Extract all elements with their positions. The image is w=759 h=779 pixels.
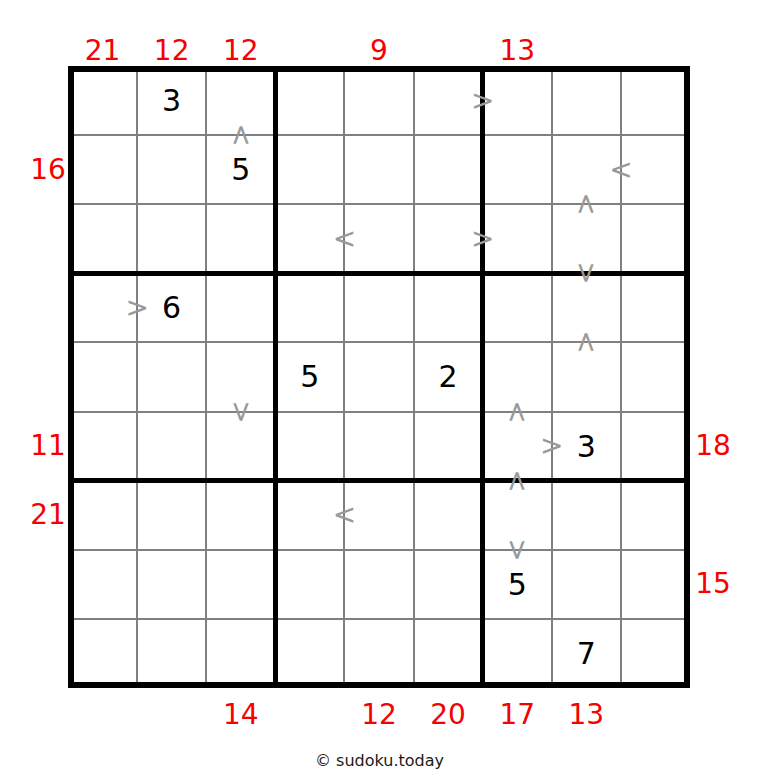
cell-r8c4[interactable] [275,550,344,619]
cell-r4c4[interactable] [275,273,344,342]
cell-r3c6[interactable] [414,204,483,273]
sum-clue-top-c2: 12 [154,37,190,65]
cell-r3c5[interactable] [344,204,413,273]
cell-r2c4[interactable] [275,135,344,204]
cell-r7c3[interactable] [206,481,275,550]
sum-clue-right-r8: 15 [695,570,731,598]
cell-r2c3[interactable]: 5 [206,135,275,204]
cell-r6c6[interactable] [414,412,483,481]
cell-r1c9[interactable] [621,66,690,135]
cell-r1c7[interactable] [483,66,552,135]
sum-clue-bottom-c7: 17 [499,701,535,729]
cell-r2c7[interactable] [483,135,552,204]
sum-clue-left-r6: 11 [30,432,66,460]
cell-r2c9[interactable] [621,135,690,204]
cell-r7c2[interactable] [137,481,206,550]
sum-clue-top-c5: 9 [370,37,388,65]
cell-r5c9[interactable] [621,342,690,411]
cell-r4c9[interactable] [621,273,690,342]
cell-r9c2[interactable] [137,619,206,688]
sum-clue-bottom-c8: 13 [569,701,605,729]
cell-r8c9[interactable] [621,550,690,619]
cell-r1c4[interactable] [275,66,344,135]
cell-r4c5[interactable] [344,273,413,342]
sum-clue-bottom-c3: 14 [223,701,259,729]
cell-r8c5[interactable] [344,550,413,619]
cell-r5c7[interactable] [483,342,552,411]
cell-r8c2[interactable] [137,550,206,619]
cell-r4c8[interactable] [552,273,621,342]
cell-r2c1[interactable] [68,135,137,204]
cell-r4c2[interactable]: 6 [137,273,206,342]
cell-r5c3[interactable] [206,342,275,411]
cell-r1c6[interactable] [414,66,483,135]
cell-r5c6[interactable]: 2 [414,342,483,411]
cell-r7c6[interactable] [414,481,483,550]
cell-r6c9[interactable] [621,412,690,481]
cell-r9c4[interactable] [275,619,344,688]
cell-r9c1[interactable] [68,619,137,688]
cell-r2c5[interactable] [344,135,413,204]
sum-clue-right-r6: 18 [695,432,731,460]
cell-r8c3[interactable] [206,550,275,619]
cell-r1c2[interactable]: 3 [137,66,206,135]
sum-clue-top-c7: 13 [499,37,535,65]
sum-clue-bottom-c6: 20 [430,701,466,729]
cell-r6c2[interactable] [137,412,206,481]
cell-r3c1[interactable] [68,204,137,273]
cell-r6c1[interactable] [68,412,137,481]
sum-clue-top-c3: 12 [223,37,259,65]
cell-r7c9[interactable] [621,481,690,550]
cell-r1c8[interactable] [552,66,621,135]
cell-r9c6[interactable] [414,619,483,688]
cell-r6c7[interactable] [483,412,552,481]
cell-r6c3[interactable] [206,412,275,481]
sum-clue-bottom-c5: 12 [361,701,397,729]
cell-r7c7[interactable] [483,481,552,550]
cell-r9c5[interactable] [344,619,413,688]
sudoku-board: 35652357><<>>><<<><><<> [68,66,690,688]
cell-r5c4[interactable]: 5 [275,342,344,411]
cell-r9c7[interactable] [483,619,552,688]
cell-r1c3[interactable] [206,66,275,135]
cell-r1c1[interactable] [68,66,137,135]
cell-r9c9[interactable] [621,619,690,688]
cell-r5c8[interactable] [552,342,621,411]
cell-r6c4[interactable] [275,412,344,481]
cell-r6c8[interactable]: 3 [552,412,621,481]
cell-r4c1[interactable] [68,273,137,342]
sum-clue-left-r2: 16 [30,156,66,184]
sum-clue-top-c1: 21 [85,37,121,65]
cell-r4c3[interactable] [206,273,275,342]
cell-r4c7[interactable] [483,273,552,342]
cell-r6c5[interactable] [344,412,413,481]
cell-r9c3[interactable] [206,619,275,688]
cell-r3c2[interactable] [137,204,206,273]
puzzle-page: 35652357><<>>><<<><><<> © sudoku.today 2… [0,0,759,779]
cell-r3c8[interactable] [552,204,621,273]
cell-r3c7[interactable] [483,204,552,273]
cell-r7c8[interactable] [552,481,621,550]
cell-r2c2[interactable] [137,135,206,204]
cell-r5c2[interactable] [137,342,206,411]
cell-r2c6[interactable] [414,135,483,204]
cell-r4c6[interactable] [414,273,483,342]
cell-r3c9[interactable] [621,204,690,273]
cell-r8c7[interactable]: 5 [483,550,552,619]
cell-r7c5[interactable] [344,481,413,550]
copyright-text: © sudoku.today [0,751,759,770]
cell-r5c5[interactable] [344,342,413,411]
cell-r3c4[interactable] [275,204,344,273]
cell-r8c1[interactable] [68,550,137,619]
cell-r8c6[interactable] [414,550,483,619]
cell-r8c8[interactable] [552,550,621,619]
cell-r7c1[interactable] [68,481,137,550]
cell-r9c8[interactable]: 7 [552,619,621,688]
cell-r2c8[interactable] [552,135,621,204]
sum-clue-left-r7: 21 [30,501,66,529]
cell-r1c5[interactable] [344,66,413,135]
cell-r5c1[interactable] [68,342,137,411]
cell-r7c4[interactable] [275,481,344,550]
cell-r3c3[interactable] [206,204,275,273]
